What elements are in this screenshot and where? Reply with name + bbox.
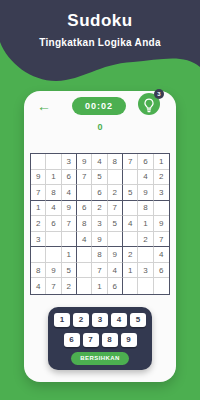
- sudoku-cell[interactable]: 3: [92, 216, 107, 232]
- sudoku-cell[interactable]: 8: [31, 263, 46, 279]
- sudoku-cell[interactable]: 5: [62, 263, 77, 279]
- sudoku-cell[interactable]: [77, 247, 92, 263]
- sudoku-cell[interactable]: 9: [138, 185, 153, 201]
- sudoku-cell[interactable]: 3: [138, 263, 153, 279]
- sudoku-cell[interactable]: 7: [154, 232, 169, 248]
- sudoku-cell[interactable]: [123, 170, 138, 186]
- sudoku-cell[interactable]: 4: [46, 201, 61, 217]
- sudoku-cell[interactable]: 4: [138, 170, 153, 186]
- sudoku-cell[interactable]: 9: [108, 247, 123, 263]
- keypad-key-1[interactable]: 1: [54, 313, 70, 327]
- sudoku-cell[interactable]: [62, 232, 77, 248]
- sudoku-cell[interactable]: 3: [154, 185, 169, 201]
- sudoku-cell[interactable]: 8: [92, 247, 107, 263]
- sudoku-cell[interactable]: [46, 232, 61, 248]
- sudoku-cell[interactable]: 6: [138, 154, 153, 170]
- sudoku-cell[interactable]: 1: [46, 170, 61, 186]
- page-subtitle: Tingkatkan Logika Anda: [0, 37, 200, 48]
- keypad-key-4[interactable]: 4: [111, 313, 127, 327]
- sudoku-cell[interactable]: [31, 154, 46, 170]
- sudoku-cell[interactable]: [123, 201, 138, 217]
- sudoku-cell[interactable]: 7: [62, 216, 77, 232]
- sudoku-cell[interactable]: 6: [92, 185, 107, 201]
- sudoku-cell[interactable]: [123, 278, 138, 294]
- sudoku-cell[interactable]: [138, 278, 153, 294]
- page-title: Sudoku: [0, 11, 200, 31]
- timer-display: 00:02: [72, 97, 126, 115]
- sudoku-cell[interactable]: 9: [62, 201, 77, 217]
- sudoku-cell[interactable]: 7: [77, 170, 92, 186]
- sudoku-cell[interactable]: 2: [154, 170, 169, 186]
- keypad-key-2[interactable]: 2: [73, 313, 89, 327]
- sudoku-cell[interactable]: 4: [154, 247, 169, 263]
- sudoku-cell[interactable]: 8: [46, 185, 61, 201]
- sudoku-cell[interactable]: 5: [123, 185, 138, 201]
- sudoku-cell[interactable]: 9: [154, 216, 169, 232]
- lightbulb-icon: [138, 98, 160, 113]
- sudoku-cell[interactable]: [77, 263, 92, 279]
- sudoku-cell[interactable]: 1: [123, 263, 138, 279]
- keypad-key-5[interactable]: 5: [130, 313, 146, 327]
- sudoku-grid: 3948761916754278462593149627826783541934…: [30, 153, 170, 295]
- sudoku-cell[interactable]: [108, 232, 123, 248]
- sudoku-cell[interactable]: 5: [92, 170, 107, 186]
- keypad-key-8[interactable]: 8: [102, 333, 118, 347]
- sudoku-cell[interactable]: 4: [77, 232, 92, 248]
- sudoku-cell[interactable]: 3: [62, 154, 77, 170]
- sudoku-cell[interactable]: [46, 247, 61, 263]
- sudoku-cell[interactable]: 4: [31, 278, 46, 294]
- keypad-key-9[interactable]: 9: [121, 333, 137, 347]
- sudoku-cell[interactable]: 6: [108, 278, 123, 294]
- sudoku-cell[interactable]: [123, 232, 138, 248]
- sudoku-cell[interactable]: [77, 278, 92, 294]
- keypad-key-7[interactable]: 7: [83, 333, 99, 347]
- clear-button[interactable]: BERSIHKAN: [71, 352, 129, 365]
- sudoku-cell[interactable]: 6: [77, 201, 92, 217]
- screen: Sudoku Tingkatkan Logika Anda ← 00:02 3 …: [0, 0, 200, 400]
- sudoku-cell[interactable]: 2: [123, 247, 138, 263]
- sudoku-cell[interactable]: 2: [108, 185, 123, 201]
- sudoku-cell[interactable]: 9: [77, 154, 92, 170]
- sudoku-cell[interactable]: [46, 154, 61, 170]
- hint-count-badge: 3: [154, 89, 164, 99]
- sudoku-cell[interactable]: 9: [46, 263, 61, 279]
- sudoku-cell[interactable]: 8: [77, 216, 92, 232]
- sudoku-cell[interactable]: [154, 278, 169, 294]
- sudoku-cell[interactable]: 1: [154, 154, 169, 170]
- sudoku-cell[interactable]: 7: [92, 263, 107, 279]
- phone-mockup: ← 00:02 3 0 3948761916754278462593149627…: [24, 91, 176, 382]
- sudoku-cell[interactable]: 4: [108, 263, 123, 279]
- sudoku-cell[interactable]: 2: [31, 216, 46, 232]
- keypad-row: 12345: [54, 313, 146, 327]
- sudoku-cell[interactable]: 7: [46, 278, 61, 294]
- sudoku-cell[interactable]: 9: [92, 232, 107, 248]
- keypad-key-6[interactable]: 6: [64, 333, 80, 347]
- sudoku-cell[interactable]: 1: [62, 247, 77, 263]
- sudoku-cell[interactable]: 7: [108, 201, 123, 217]
- sudoku-cell[interactable]: 2: [138, 232, 153, 248]
- sudoku-cell[interactable]: 9: [31, 170, 46, 186]
- keypad-key-3[interactable]: 3: [92, 313, 108, 327]
- sudoku-cell[interactable]: 6: [46, 216, 61, 232]
- sudoku-cell[interactable]: 1: [138, 216, 153, 232]
- sudoku-cell[interactable]: 4: [62, 185, 77, 201]
- keypad-row: 6789: [64, 333, 137, 347]
- sudoku-cell[interactable]: 4: [92, 154, 107, 170]
- sudoku-cell[interactable]: 6: [62, 170, 77, 186]
- sudoku-cell[interactable]: [31, 247, 46, 263]
- sudoku-cell[interactable]: [77, 185, 92, 201]
- sudoku-cell[interactable]: [154, 201, 169, 217]
- sudoku-cell[interactable]: [108, 170, 123, 186]
- sudoku-cell[interactable]: 1: [31, 201, 46, 217]
- back-arrow-icon[interactable]: ←: [35, 98, 53, 114]
- sudoku-cell[interactable]: 7: [123, 154, 138, 170]
- sudoku-cell[interactable]: 6: [154, 263, 169, 279]
- mistake-counter: 0: [24, 122, 176, 132]
- sudoku-cell[interactable]: 4: [123, 216, 138, 232]
- sudoku-cell[interactable]: 2: [92, 201, 107, 217]
- sudoku-cell[interactable]: 1: [92, 278, 107, 294]
- sudoku-cell[interactable]: 5: [108, 216, 123, 232]
- number-keypad: 123456789BERSIHKAN: [48, 307, 152, 370]
- sudoku-cell[interactable]: 7: [31, 185, 46, 201]
- sudoku-cell[interactable]: 3: [31, 232, 46, 248]
- sudoku-cell[interactable]: 2: [62, 278, 77, 294]
- sudoku-cell[interactable]: 8: [138, 201, 153, 217]
- sudoku-cell[interactable]: 8: [108, 154, 123, 170]
- sudoku-cell[interactable]: [138, 247, 153, 263]
